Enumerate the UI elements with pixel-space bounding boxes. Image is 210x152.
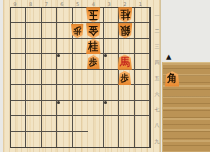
piece-glyph: 歩 bbox=[120, 70, 129, 86]
piece-glyph: 桂 bbox=[120, 7, 130, 24]
piece-glyph: 馬 bbox=[120, 54, 130, 71]
pieces-layer: 玉桂歩金銀桂歩馬歩角 bbox=[0, 0, 210, 152]
piece-glyph: 金 bbox=[88, 22, 98, 39]
piece-knight-sente[interactable]: 桂 bbox=[86, 39, 100, 54]
piece-glyph: 桂 bbox=[88, 38, 98, 55]
piece-silver-gote[interactable]: 銀 bbox=[118, 23, 132, 38]
piece-glyph: 玉 bbox=[88, 7, 98, 24]
piece-glyph: 角 bbox=[167, 70, 177, 87]
piece-pawn-gote[interactable]: 歩 bbox=[71, 24, 84, 38]
piece-promoted-bishop-sente[interactable]: 馬 bbox=[118, 54, 132, 69]
piece-gold-gote[interactable]: 金 bbox=[86, 23, 100, 38]
piece-glyph: 歩 bbox=[73, 23, 82, 39]
piece-glyph: 銀 bbox=[120, 22, 130, 39]
piece-king-gote[interactable]: 玉 bbox=[86, 7, 100, 22]
piece-glyph: 歩 bbox=[89, 54, 98, 70]
piece-pawn-sente[interactable]: 歩 bbox=[118, 71, 131, 85]
piece-bishop[interactable]: 角 bbox=[165, 71, 179, 86]
piece-pawn-sente[interactable]: 歩 bbox=[87, 55, 100, 69]
piece-knight-gote[interactable]: 桂 bbox=[118, 7, 132, 22]
